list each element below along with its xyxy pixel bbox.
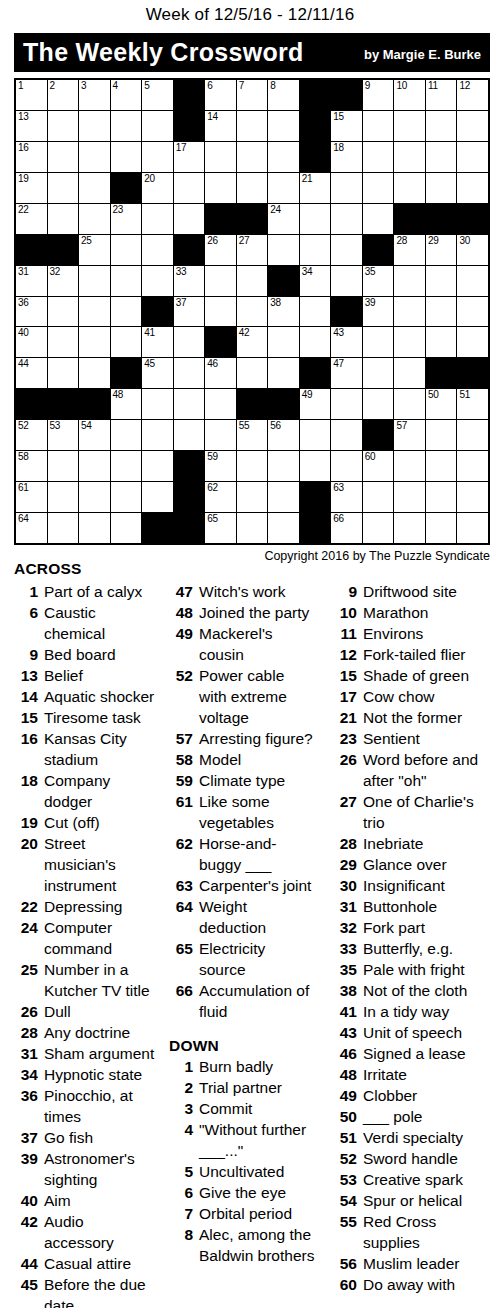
cell-r7c11[interactable] [331, 266, 362, 296]
cell-r9c2[interactable] [48, 327, 79, 357]
clue-number: 27 [333, 791, 357, 833]
block-r4c4 [111, 173, 142, 203]
cell-r2c12[interactable] [363, 111, 394, 141]
cell-r1c3[interactable]: 3 [79, 80, 110, 110]
cell-r14c14[interactable] [426, 482, 457, 512]
block-r14c10 [300, 482, 331, 512]
cell-r9c5[interactable]: 41 [142, 327, 173, 357]
block-r11c2 [48, 389, 79, 419]
clue-text: Accumulation of fluid [199, 980, 315, 1022]
clue-text: Clobber [363, 1085, 483, 1106]
down-clue-46: 46Signed a lease [333, 1043, 483, 1064]
cell-number: 64 [18, 514, 29, 524]
block-r15c5 [142, 513, 173, 543]
cell-r13c5[interactable] [142, 451, 173, 481]
cell-r15c12[interactable] [363, 513, 394, 543]
cell-r12c8[interactable]: 55 [237, 420, 268, 450]
across-clue-66: 66Accumulation of fluid [169, 980, 315, 1022]
cell-r6c3[interactable]: 25 [79, 235, 110, 265]
cell-r3c2[interactable] [48, 142, 79, 172]
cell-r2c14[interactable] [426, 111, 457, 141]
cell-number: 33 [176, 267, 187, 277]
cell-r2c1[interactable]: 13 [16, 111, 47, 141]
cell-r12c2[interactable]: 53 [48, 420, 79, 450]
clue-number: 8 [169, 1224, 193, 1266]
cell-r4c11[interactable] [331, 173, 362, 203]
cell-r3c14[interactable] [426, 142, 457, 172]
cell-r11c11[interactable] [331, 389, 362, 419]
cell-r12c4[interactable] [111, 420, 142, 450]
cell-r8c8[interactable] [237, 297, 268, 327]
cell-r4c13[interactable] [394, 173, 425, 203]
cell-r13c14[interactable] [426, 451, 457, 481]
cell-r9c6[interactable] [174, 327, 205, 357]
cell-r6c14[interactable]: 29 [426, 235, 457, 265]
clue-number: 61 [169, 791, 193, 833]
cell-r14c4[interactable] [111, 482, 142, 512]
across-clue-64: 64Weight deduction [169, 896, 315, 938]
cell-r11c15[interactable]: 51 [457, 389, 488, 419]
cell-r15c11[interactable]: 66 [331, 513, 362, 543]
block-r8c11 [331, 297, 362, 327]
cell-number: 28 [396, 236, 407, 246]
cell-number: 62 [207, 483, 218, 493]
cell-r5c1[interactable]: 22 [16, 204, 47, 234]
cell-r6c13[interactable]: 28 [394, 235, 425, 265]
block-r6c2 [48, 235, 79, 265]
cell-r5c5[interactable] [142, 204, 173, 234]
clue-number: 47 [169, 581, 193, 602]
cell-r11c14[interactable]: 50 [426, 389, 457, 419]
cell-r15c2[interactable] [48, 513, 79, 543]
cell-r9c13[interactable] [394, 327, 425, 357]
cell-number: 32 [50, 267, 61, 277]
cell-number: 36 [18, 298, 29, 308]
clue-text: Cut (off) [44, 812, 156, 833]
down-clue-12: 12Fork-tailed flier [333, 644, 483, 665]
cell-r12c15[interactable] [457, 420, 488, 450]
cell-r15c7[interactable]: 65 [205, 513, 236, 543]
cell-r6c10[interactable] [300, 235, 331, 265]
down-clue-49: 49Clobber [333, 1085, 483, 1106]
cell-r3c5[interactable] [142, 142, 173, 172]
cell-r4c15[interactable] [457, 173, 488, 203]
block-r11c1 [16, 389, 47, 419]
clue-text: Uncultivated [199, 1161, 315, 1182]
cell-r14c3[interactable] [79, 482, 110, 512]
clue-number: 40 [14, 1190, 38, 1211]
cell-r7c8[interactable] [237, 266, 268, 296]
cell-r1c9[interactable]: 8 [268, 80, 299, 110]
clue-text: Any doctrine [44, 1022, 156, 1043]
cell-number: 26 [207, 236, 218, 246]
cell-r11c5[interactable] [142, 389, 173, 419]
cell-r5c6[interactable] [174, 204, 205, 234]
cell-r4c10[interactable]: 21 [300, 173, 331, 203]
cell-r8c13[interactable] [394, 297, 425, 327]
cell-r10c8[interactable] [237, 358, 268, 388]
cell-number: 35 [365, 267, 376, 277]
cell-r10c13[interactable] [394, 358, 425, 388]
cell-r14c1[interactable]: 61 [16, 482, 47, 512]
cell-r11c12[interactable] [363, 389, 394, 419]
cell-number: 7 [239, 81, 244, 91]
cell-r4c12[interactable] [363, 173, 394, 203]
cell-number: 1 [18, 81, 23, 91]
clue-text: Depressing [44, 896, 156, 917]
clue-number: 1 [169, 1056, 193, 1077]
cell-r7c15[interactable] [457, 266, 488, 296]
cell-r7c7[interactable] [205, 266, 236, 296]
cell-r2c13[interactable] [394, 111, 425, 141]
cell-r7c2[interactable]: 32 [48, 266, 79, 296]
clue-number: 24 [14, 917, 38, 959]
cell-r2c3[interactable] [79, 111, 110, 141]
cell-number: 8 [270, 81, 275, 91]
cell-r6c4[interactable] [111, 235, 142, 265]
cell-r9c3[interactable] [79, 327, 110, 357]
clue-text: Kansas City stadium [44, 728, 156, 770]
across-clue-61: 61Like some vegetables [169, 791, 315, 833]
cell-r1c13[interactable]: 10 [394, 80, 425, 110]
cell-r10c7[interactable]: 46 [205, 358, 236, 388]
cell-r13c13[interactable] [394, 451, 425, 481]
cell-r7c1[interactable]: 31 [16, 266, 47, 296]
cell-r13c8[interactable] [237, 451, 268, 481]
clue-column-2: 47Witch's work48Joined the party49Macker… [169, 581, 315, 1266]
cell-r6c5[interactable] [142, 235, 173, 265]
cell-r5c4[interactable]: 23 [111, 204, 142, 234]
cell-r9c12[interactable] [363, 327, 394, 357]
cell-r3c15[interactable] [457, 142, 488, 172]
cell-r10c3[interactable] [79, 358, 110, 388]
cell-r12c11[interactable] [331, 420, 362, 450]
cell-number: 18 [333, 143, 344, 153]
clue-number: 66 [169, 980, 193, 1022]
cell-number: 42 [239, 328, 250, 338]
cell-r12c13[interactable]: 57 [394, 420, 425, 450]
clue-text: Audio accessory [44, 1211, 156, 1253]
cell-number: 55 [239, 421, 250, 431]
cell-r15c15[interactable] [457, 513, 488, 543]
clue-number: 54 [333, 1190, 357, 1211]
clue-text: Not of the cloth [363, 980, 483, 1001]
cell-r5c12[interactable] [363, 204, 394, 234]
cell-r14c15[interactable] [457, 482, 488, 512]
cell-r1c7[interactable]: 6 [205, 80, 236, 110]
cell-number: 21 [302, 174, 313, 184]
cell-r5c9[interactable]: 24 [268, 204, 299, 234]
cell-r11c4[interactable]: 48 [111, 389, 142, 419]
cell-number: 24 [270, 205, 281, 215]
cell-r14c8[interactable] [237, 482, 268, 512]
cell-r1c4[interactable]: 4 [111, 80, 142, 110]
cell-r4c5[interactable]: 20 [142, 173, 173, 203]
block-r5c15 [457, 204, 488, 234]
clue-number: 23 [333, 728, 357, 749]
clue-text: Aquatic shocker [44, 686, 156, 707]
cell-r11c10[interactable]: 49 [300, 389, 331, 419]
cell-r1c12[interactable]: 9 [363, 80, 394, 110]
clue-text: Commit [199, 1098, 315, 1119]
cell-r13c7[interactable]: 59 [205, 451, 236, 481]
cell-r5c2[interactable] [48, 204, 79, 234]
cell-r7c5[interactable] [142, 266, 173, 296]
clue-number: 28 [333, 833, 357, 854]
cell-r10c9[interactable] [268, 358, 299, 388]
clue-number: 48 [333, 1064, 357, 1085]
cell-r2c11[interactable]: 15 [331, 111, 362, 141]
cell-r1c8[interactable]: 7 [237, 80, 268, 110]
cell-r7c12[interactable]: 35 [363, 266, 394, 296]
cell-r4c8[interactable] [237, 173, 268, 203]
cell-r8c12[interactable]: 39 [363, 297, 394, 327]
cell-r13c15[interactable] [457, 451, 488, 481]
cell-r8c14[interactable] [426, 297, 457, 327]
cell-number: 23 [113, 205, 124, 215]
cell-number: 39 [365, 298, 376, 308]
cell-r10c2[interactable] [48, 358, 79, 388]
cell-r15c9[interactable] [268, 513, 299, 543]
cell-r10c12[interactable] [363, 358, 394, 388]
cell-r10c1[interactable]: 44 [16, 358, 47, 388]
cell-r1c1[interactable]: 1 [16, 80, 47, 110]
cell-r3c3[interactable] [79, 142, 110, 172]
cell-r14c12[interactable] [363, 482, 394, 512]
cell-r4c6[interactable] [174, 173, 205, 203]
cell-r3c1[interactable]: 16 [16, 142, 47, 172]
cell-r14c9[interactable] [268, 482, 299, 512]
clue-number: 38 [333, 980, 357, 1001]
across-clue-18: 18Company dodger [14, 770, 156, 812]
cell-r6c9[interactable] [268, 235, 299, 265]
clue-text: Company dodger [44, 770, 156, 812]
cell-number: 66 [333, 514, 344, 524]
cell-r8c10[interactable] [300, 297, 331, 327]
cell-number: 60 [365, 452, 376, 462]
cell-r14c2[interactable] [48, 482, 79, 512]
across-clue-65: 65Electricity source [169, 938, 315, 980]
cell-r15c13[interactable] [394, 513, 425, 543]
across-heading: ACROSS [14, 560, 82, 578]
clue-text: Alec, among the Baldwin brothers [199, 1224, 315, 1266]
cell-r7c3[interactable] [79, 266, 110, 296]
cell-r4c3[interactable] [79, 173, 110, 203]
cell-r8c1[interactable]: 36 [16, 297, 47, 327]
cell-r4c7[interactable] [205, 173, 236, 203]
clue-number: 15 [14, 707, 38, 728]
cell-number: 10 [396, 81, 407, 91]
cell-r13c11[interactable] [331, 451, 362, 481]
across-clue-6: 6Caustic chemical [14, 602, 156, 644]
across-clue-28: 28Any doctrine [14, 1022, 156, 1043]
cell-r3c4[interactable] [111, 142, 142, 172]
clue-text: Fork part [363, 917, 483, 938]
cell-r13c12[interactable]: 60 [363, 451, 394, 481]
cell-r8c15[interactable] [457, 297, 488, 327]
clue-text: Do away with [363, 1274, 483, 1295]
clue-number: 12 [333, 644, 357, 665]
cell-number: 63 [333, 483, 344, 493]
cell-r5c3[interactable] [79, 204, 110, 234]
clue-number: 41 [333, 1001, 357, 1022]
cell-r9c8[interactable]: 42 [237, 327, 268, 357]
clue-number: 37 [14, 1127, 38, 1148]
cell-r3c9[interactable] [268, 142, 299, 172]
cell-r15c8[interactable] [237, 513, 268, 543]
cell-r2c2[interactable] [48, 111, 79, 141]
clue-number: 52 [169, 665, 193, 728]
cell-r12c9[interactable]: 56 [268, 420, 299, 450]
cell-r2c4[interactable] [111, 111, 142, 141]
cell-r6c7[interactable]: 26 [205, 235, 236, 265]
block-r3c10 [300, 142, 331, 172]
clue-text: Sword handle [363, 1148, 483, 1169]
clue-number: 49 [333, 1085, 357, 1106]
cell-r4c2[interactable] [48, 173, 79, 203]
cell-r6c11[interactable] [331, 235, 362, 265]
cell-r12c14[interactable] [426, 420, 457, 450]
cell-r2c8[interactable] [237, 111, 268, 141]
cell-r15c14[interactable] [426, 513, 457, 543]
cell-r7c6[interactable]: 33 [174, 266, 205, 296]
clue-text: Belief [44, 665, 156, 686]
cell-r10c6[interactable] [174, 358, 205, 388]
cell-r14c13[interactable] [394, 482, 425, 512]
cell-r13c10[interactable] [300, 451, 331, 481]
block-r10c15 [457, 358, 488, 388]
across-clue-22: 22Depressing [14, 896, 156, 917]
cell-r3c8[interactable] [237, 142, 268, 172]
cell-r9c1[interactable]: 40 [16, 327, 47, 357]
cell-r11c13[interactable] [394, 389, 425, 419]
cell-r8c6[interactable]: 37 [174, 297, 205, 327]
cell-r5c10[interactable] [300, 204, 331, 234]
cell-r4c9[interactable] [268, 173, 299, 203]
cell-r2c15[interactable] [457, 111, 488, 141]
cell-r15c3[interactable] [79, 513, 110, 543]
cell-r7c10[interactable]: 34 [300, 266, 331, 296]
cell-r3c13[interactable] [394, 142, 425, 172]
across-clue-45: 45Before the due date [14, 1274, 156, 1308]
block-r5c14 [426, 204, 457, 234]
cell-r11c6[interactable] [174, 389, 205, 419]
cell-r7c13[interactable] [394, 266, 425, 296]
cell-r13c9[interactable] [268, 451, 299, 481]
cell-r12c10[interactable] [300, 420, 331, 450]
cell-r11c7[interactable] [205, 389, 236, 419]
clue-text: Driftwood site [363, 581, 483, 602]
cell-r9c14[interactable] [426, 327, 457, 357]
cell-r13c2[interactable] [48, 451, 79, 481]
cell-r4c14[interactable] [426, 173, 457, 203]
cell-r8c4[interactable] [111, 297, 142, 327]
cell-r8c9[interactable]: 38 [268, 297, 299, 327]
crossword-grid: 1234567891011121314151617181920212223242… [14, 78, 490, 545]
cell-number: 56 [270, 421, 281, 431]
cell-r12c5[interactable] [142, 420, 173, 450]
down-clue-43: 43Unit of speech [333, 1022, 483, 1043]
down-clue-8: 8Alec, among the Baldwin brothers [169, 1224, 315, 1266]
across-clue-26: 26Dull [14, 1001, 156, 1022]
clue-number: 49 [169, 623, 193, 665]
cell-r1c5[interactable]: 5 [142, 80, 173, 110]
cell-number: 40 [18, 328, 29, 338]
cell-r9c9[interactable] [268, 327, 299, 357]
cell-r13c4[interactable] [111, 451, 142, 481]
cell-r2c5[interactable] [142, 111, 173, 141]
cell-r9c11[interactable]: 43 [331, 327, 362, 357]
cell-r6c15[interactable]: 30 [457, 235, 488, 265]
clue-number: 14 [14, 686, 38, 707]
clue-text: Carpenter's joint [199, 875, 315, 896]
cell-r3c6[interactable]: 17 [174, 142, 205, 172]
cell-r4c1[interactable]: 19 [16, 173, 47, 203]
across-clue-24: 24Computer command [14, 917, 156, 959]
cell-r10c11[interactable]: 47 [331, 358, 362, 388]
across-clue-52: 52Power cable with extreme voltage [169, 665, 315, 728]
cell-r8c7[interactable] [205, 297, 236, 327]
clue-number: 4 [169, 1119, 193, 1161]
cell-r14c7[interactable]: 62 [205, 482, 236, 512]
down-clue-54: 54Spur or helical [333, 1190, 483, 1211]
cell-r14c5[interactable] [142, 482, 173, 512]
cell-r2c7[interactable]: 14 [205, 111, 236, 141]
clue-number: 60 [333, 1274, 357, 1295]
clue-number: 57 [169, 728, 193, 749]
cell-r12c1[interactable]: 52 [16, 420, 47, 450]
cell-r9c10[interactable] [300, 327, 331, 357]
cell-r3c11[interactable]: 18 [331, 142, 362, 172]
cell-r12c7[interactable] [205, 420, 236, 450]
cell-r13c1[interactable]: 58 [16, 451, 47, 481]
clue-number: 31 [14, 1043, 38, 1064]
cell-r1c15[interactable]: 12 [457, 80, 488, 110]
cell-r15c4[interactable] [111, 513, 142, 543]
block-r10c10 [300, 358, 331, 388]
cell-r10c5[interactable]: 45 [142, 358, 173, 388]
cell-r1c14[interactable]: 11 [426, 80, 457, 110]
across-clue-39: 39Astronomer's sighting [14, 1148, 156, 1190]
cell-number: 22 [18, 205, 29, 215]
clue-text: Glance over [363, 854, 483, 875]
cell-number: 52 [18, 421, 29, 431]
cell-r12c6[interactable] [174, 420, 205, 450]
clue-text: Before the due date [44, 1274, 156, 1308]
cell-r7c4[interactable] [111, 266, 142, 296]
cell-r2c9[interactable] [268, 111, 299, 141]
clue-number: 26 [333, 749, 357, 791]
cell-r12c3[interactable]: 54 [79, 420, 110, 450]
cell-r8c3[interactable] [79, 297, 110, 327]
cell-r3c7[interactable] [205, 142, 236, 172]
cell-r14c11[interactable]: 63 [331, 482, 362, 512]
cell-r3c12[interactable] [363, 142, 394, 172]
clue-number: 7 [169, 1203, 193, 1224]
across-clue-31: 31Sham argument [14, 1043, 156, 1064]
cell-r15c1[interactable]: 64 [16, 513, 47, 543]
cell-r13c3[interactable] [79, 451, 110, 481]
cell-r6c8[interactable]: 27 [237, 235, 268, 265]
clue-text: Shade of green [363, 665, 483, 686]
cell-r8c2[interactable] [48, 297, 79, 327]
clue-text: Marathon [363, 602, 483, 623]
cell-r1c2[interactable]: 2 [48, 80, 79, 110]
cell-r5c11[interactable] [331, 204, 362, 234]
cell-r9c15[interactable] [457, 327, 488, 357]
cell-r9c4[interactable] [111, 327, 142, 357]
cell-r7c14[interactable] [426, 266, 457, 296]
